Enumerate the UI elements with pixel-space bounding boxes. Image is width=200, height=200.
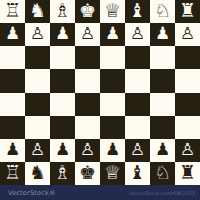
square-d1: ♚ <box>75 162 100 185</box>
piece-black-pawn: ♙ <box>180 141 195 158</box>
square-f2: ♙ <box>125 139 150 162</box>
watermark-bar: VectorStock® VectorStock.com/6961923 <box>0 185 200 200</box>
piece-black-bishop: ♝ <box>129 163 146 182</box>
piece-black-pawn: ♟ <box>155 141 170 158</box>
square-c1: ♗ <box>50 162 75 185</box>
square-e4 <box>100 93 125 116</box>
square-h4 <box>175 93 200 116</box>
square-g3 <box>150 116 175 139</box>
piece-black-pawn: ♙ <box>130 141 145 158</box>
piece-white-pawn: ♙ <box>80 25 95 42</box>
piece-black-knight: ♘ <box>154 163 171 182</box>
piece-black-pawn: ♟ <box>5 141 20 158</box>
piece-black-pawn: ♙ <box>80 141 95 158</box>
square-f5 <box>125 69 150 92</box>
piece-black-rook: ♖ <box>4 163 21 182</box>
piece-white-pawn: ♙ <box>180 25 195 42</box>
square-h3 <box>175 116 200 139</box>
square-d6 <box>75 46 100 69</box>
square-c6 <box>50 46 75 69</box>
square-c5 <box>50 69 75 92</box>
piece-white-bishop: ♗ <box>54 1 71 20</box>
square-e2: ♟ <box>100 139 125 162</box>
piece-white-bishop: ♝ <box>129 1 146 20</box>
square-e3 <box>100 116 125 139</box>
piece-white-knight: ♘ <box>154 1 171 20</box>
square-h2: ♙ <box>175 139 200 162</box>
square-a5 <box>0 69 25 92</box>
square-f1: ♝ <box>125 162 150 185</box>
piece-white-queen: ♕ <box>104 1 121 20</box>
square-a1: ♖ <box>0 162 25 185</box>
square-b2: ♙ <box>25 139 50 162</box>
square-d2: ♙ <box>75 139 100 162</box>
square-b4 <box>25 93 50 116</box>
square-e1: ♕ <box>100 162 125 185</box>
square-b7: ♙ <box>25 23 50 46</box>
square-d3 <box>75 116 100 139</box>
square-c2: ♟ <box>50 139 75 162</box>
square-d4 <box>75 93 100 116</box>
piece-white-pawn: ♟ <box>5 25 20 42</box>
chess-board: ♖♞♗♚♕♝♘♜♟♙♟♙♟♙♟♙♟♙♟♙♟♙♟♙♖♞♗♚♕♝♘♜ <box>0 0 200 185</box>
square-h8: ♜ <box>175 0 200 23</box>
square-h6 <box>175 46 200 69</box>
square-e7: ♟ <box>100 23 125 46</box>
square-e6 <box>100 46 125 69</box>
piece-white-king: ♚ <box>79 1 96 20</box>
square-g5 <box>150 69 175 92</box>
piece-white-rook: ♜ <box>179 1 196 20</box>
square-f7: ♙ <box>125 23 150 46</box>
piece-white-pawn: ♟ <box>105 25 120 42</box>
square-f6 <box>125 46 150 69</box>
square-a3 <box>0 116 25 139</box>
piece-white-pawn: ♙ <box>30 25 45 42</box>
square-b5 <box>25 69 50 92</box>
stock-image-frame: ♖♞♗♚♕♝♘♜♟♙♟♙♟♙♟♙♟♙♟♙♟♙♟♙♖♞♗♚♕♝♘♜ VectorS… <box>0 0 200 200</box>
square-d8: ♚ <box>75 0 100 23</box>
vectorstock-brand-watermark: VectorStock® <box>8 189 56 197</box>
square-g1: ♘ <box>150 162 175 185</box>
square-f4 <box>125 93 150 116</box>
square-b1: ♞ <box>25 162 50 185</box>
square-c3 <box>50 116 75 139</box>
piece-black-pawn: ♟ <box>105 141 120 158</box>
square-d5 <box>75 69 100 92</box>
piece-black-king: ♚ <box>79 163 96 182</box>
square-g2: ♟ <box>150 139 175 162</box>
square-a2: ♟ <box>0 139 25 162</box>
piece-black-pawn: ♟ <box>55 141 70 158</box>
square-e8: ♕ <box>100 0 125 23</box>
square-a4 <box>0 93 25 116</box>
square-f8: ♝ <box>125 0 150 23</box>
square-a7: ♟ <box>0 23 25 46</box>
square-h1: ♜ <box>175 162 200 185</box>
square-g8: ♘ <box>150 0 175 23</box>
vectorstock-credit-watermark: VectorStock.com/6961923 <box>129 190 195 196</box>
piece-black-bishop: ♗ <box>54 163 71 182</box>
piece-black-rook: ♜ <box>179 163 196 182</box>
piece-white-pawn: ♟ <box>55 25 70 42</box>
piece-black-knight: ♞ <box>29 163 46 182</box>
square-g4 <box>150 93 175 116</box>
square-b8: ♞ <box>25 0 50 23</box>
square-d7: ♙ <box>75 23 100 46</box>
square-f3 <box>125 116 150 139</box>
piece-white-rook: ♖ <box>4 1 21 20</box>
square-h7: ♙ <box>175 23 200 46</box>
square-g6 <box>150 46 175 69</box>
square-c8: ♗ <box>50 0 75 23</box>
square-a8: ♖ <box>0 0 25 23</box>
piece-white-knight: ♞ <box>29 1 46 20</box>
square-b3 <box>25 116 50 139</box>
square-a6 <box>0 46 25 69</box>
square-h5 <box>175 69 200 92</box>
piece-black-pawn: ♙ <box>30 141 45 158</box>
piece-white-pawn: ♟ <box>155 25 170 42</box>
square-c7: ♟ <box>50 23 75 46</box>
square-g7: ♟ <box>150 23 175 46</box>
square-c4 <box>50 93 75 116</box>
square-e5 <box>100 69 125 92</box>
piece-black-queen: ♕ <box>104 163 121 182</box>
piece-white-pawn: ♙ <box>130 25 145 42</box>
square-b6 <box>25 46 50 69</box>
